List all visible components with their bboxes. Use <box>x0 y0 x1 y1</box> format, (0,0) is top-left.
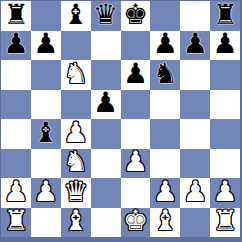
square-g5[interactable] <box>180 90 210 120</box>
square-f7[interactable]: ♟ <box>150 31 180 61</box>
square-e2[interactable] <box>121 178 151 208</box>
piece-white-rook[interactable]: ♜ <box>3 208 28 236</box>
square-c3[interactable]: ♞ <box>61 149 91 179</box>
square-h4[interactable] <box>210 119 240 149</box>
square-a1[interactable]: ♜ <box>1 208 31 238</box>
square-f4[interactable] <box>150 119 180 149</box>
piece-black-queen[interactable]: ♛ <box>93 1 118 29</box>
square-d3[interactable] <box>91 149 121 179</box>
square-a5[interactable] <box>1 90 31 120</box>
piece-black-knight[interactable]: ♞ <box>153 60 178 88</box>
square-g3[interactable] <box>180 149 210 179</box>
square-d6[interactable] <box>91 60 121 90</box>
square-g1[interactable] <box>180 208 210 238</box>
square-c1[interactable]: ♝ <box>61 208 91 238</box>
square-h5[interactable] <box>210 90 240 120</box>
square-h1[interactable]: ♜ <box>210 208 240 238</box>
square-e4[interactable] <box>121 119 151 149</box>
piece-black-pawn[interactable]: ♟ <box>213 31 238 59</box>
square-f5[interactable] <box>150 90 180 120</box>
square-f2[interactable]: ♟ <box>150 178 180 208</box>
piece-white-pawn[interactable]: ♟ <box>123 149 148 177</box>
square-a7[interactable]: ♟ <box>1 31 31 61</box>
square-c6[interactable]: ♞ <box>61 60 91 90</box>
piece-black-rook[interactable]: ♜ <box>3 1 28 29</box>
square-f3[interactable] <box>150 149 180 179</box>
piece-white-king[interactable]: ♚ <box>123 208 148 236</box>
square-b3[interactable] <box>31 149 61 179</box>
square-a2[interactable]: ♟ <box>1 178 31 208</box>
square-a6[interactable] <box>1 60 31 90</box>
piece-black-king[interactable]: ♚ <box>123 1 148 29</box>
square-d7[interactable] <box>91 31 121 61</box>
square-d2[interactable] <box>91 178 121 208</box>
square-g8[interactable] <box>180 1 210 31</box>
piece-black-pawn[interactable]: ♟ <box>33 31 58 59</box>
square-b4[interactable]: ♝ <box>31 119 61 149</box>
piece-black-bishop[interactable]: ♝ <box>33 119 58 147</box>
board-grid: ♜♝♛♚♜♟♟♟♟♟♞♟♞♟♝♟♞♟♟♟♛♟♟♟♜♝♚♝♜ <box>1 1 240 237</box>
square-a8[interactable]: ♜ <box>1 1 31 31</box>
square-b8[interactable] <box>31 1 61 31</box>
piece-black-pawn[interactable]: ♟ <box>183 31 208 59</box>
square-e6[interactable]: ♟ <box>121 60 151 90</box>
piece-black-rook[interactable]: ♜ <box>213 1 238 29</box>
square-c5[interactable] <box>61 90 91 120</box>
square-d1[interactable] <box>91 208 121 238</box>
piece-white-knight[interactable]: ♞ <box>63 149 88 177</box>
square-h6[interactable] <box>210 60 240 90</box>
square-f6[interactable]: ♞ <box>150 60 180 90</box>
piece-black-pawn[interactable]: ♟ <box>93 90 118 118</box>
square-b6[interactable] <box>31 60 61 90</box>
square-h2[interactable]: ♟ <box>210 178 240 208</box>
square-f8[interactable] <box>150 1 180 31</box>
square-g7[interactable]: ♟ <box>180 31 210 61</box>
square-g2[interactable]: ♟ <box>180 178 210 208</box>
square-c2[interactable]: ♛ <box>61 178 91 208</box>
piece-white-bishop[interactable]: ♝ <box>153 208 178 236</box>
square-e5[interactable] <box>121 90 151 120</box>
square-a3[interactable] <box>1 149 31 179</box>
piece-black-pawn[interactable]: ♟ <box>153 31 178 59</box>
square-c8[interactable]: ♝ <box>61 1 91 31</box>
piece-white-pawn[interactable]: ♟ <box>183 178 208 206</box>
square-g4[interactable] <box>180 119 210 149</box>
piece-white-queen[interactable]: ♛ <box>63 178 88 206</box>
piece-black-pawn[interactable]: ♟ <box>3 31 28 59</box>
square-e1[interactable]: ♚ <box>121 208 151 238</box>
square-b2[interactable]: ♟ <box>31 178 61 208</box>
square-e8[interactable]: ♚ <box>121 1 151 31</box>
piece-white-pawn[interactable]: ♟ <box>3 178 28 206</box>
square-e3[interactable]: ♟ <box>121 149 151 179</box>
square-d4[interactable] <box>91 119 121 149</box>
square-c4[interactable]: ♟ <box>61 119 91 149</box>
square-f1[interactable]: ♝ <box>150 208 180 238</box>
piece-black-bishop[interactable]: ♝ <box>63 1 88 29</box>
square-b5[interactable] <box>31 90 61 120</box>
piece-white-pawn[interactable]: ♟ <box>33 178 58 206</box>
square-g6[interactable] <box>180 60 210 90</box>
square-e7[interactable] <box>121 31 151 61</box>
square-h8[interactable]: ♜ <box>210 1 240 31</box>
square-b7[interactable]: ♟ <box>31 31 61 61</box>
square-h7[interactable]: ♟ <box>210 31 240 61</box>
piece-white-rook[interactable]: ♜ <box>213 208 238 236</box>
square-h3[interactable] <box>210 149 240 179</box>
square-d5[interactable]: ♟ <box>91 90 121 120</box>
piece-white-pawn[interactable]: ♟ <box>63 119 88 147</box>
piece-white-knight[interactable]: ♞ <box>63 60 88 88</box>
piece-white-pawn[interactable]: ♟ <box>213 178 238 206</box>
square-b1[interactable] <box>31 208 61 238</box>
chess-board: ♜♝♛♚♜♟♟♟♟♟♞♟♞♟♝♟♞♟♟♟♛♟♟♟♜♝♚♝♜ <box>0 0 242 242</box>
piece-black-pawn[interactable]: ♟ <box>123 60 148 88</box>
piece-white-pawn[interactable]: ♟ <box>153 178 178 206</box>
piece-white-bishop[interactable]: ♝ <box>63 208 88 236</box>
square-a4[interactable] <box>1 119 31 149</box>
square-d8[interactable]: ♛ <box>91 1 121 31</box>
square-c7[interactable] <box>61 31 91 61</box>
